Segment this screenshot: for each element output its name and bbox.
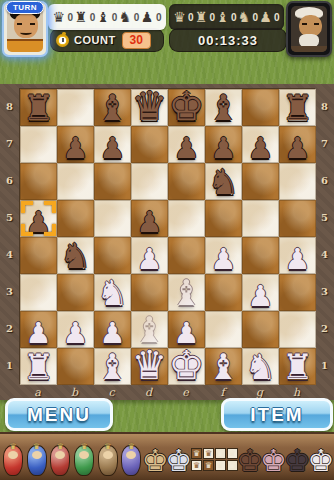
white-pawn: ♟ [242,282,279,311]
piece-set-white-king[interactable]: ♚ [310,438,332,476]
piece-set-black-king[interactable]: ♚ [286,438,308,476]
square-e3[interactable]: ♝ [168,274,205,311]
square-d2[interactable]: ♝ [131,311,168,348]
blue-royal-doll-figure [27,445,47,476]
square-e7[interactable]: ♟ [168,126,205,163]
white-bishop: ♝ [205,350,242,385]
square-a4[interactable] [20,237,57,274]
square-d6[interactable] [131,163,168,200]
square-d1[interactable]: ♛ [131,348,168,385]
turn-badge: TURN [6,1,44,14]
white-pawn: ♟ [168,319,205,348]
game-timer-panel: 00:13:33 [169,28,287,52]
square-a5[interactable]: ♟ [20,200,57,237]
square-f1[interactable]: ♝ [205,348,242,385]
brown-owl-doll-figure [98,445,118,476]
square-g6[interactable] [242,163,279,200]
black-pawn: ♟ [279,134,316,163]
square-b2[interactable]: ♟ [57,311,94,348]
purple-doll-figure [121,445,141,476]
rank-label-3: 3 [315,273,334,310]
rank-labels-left: 87654321 [0,88,19,384]
robe [291,46,327,52]
square-c3[interactable]: ♞ [94,274,131,311]
eyes [302,23,319,25]
square-h8[interactable]: ♜ [279,89,316,126]
white-pawn: ♟ [131,245,168,274]
white-tile-set-tiles: ♛♛♛♛ [215,448,238,471]
square-c2[interactable]: ♟ [94,311,131,348]
square-g8[interactable] [242,89,279,126]
white-queen-icon: ♛ [173,10,186,24]
square-h1[interactable]: ♜ [279,348,316,385]
rank-label-5: 5 [0,199,19,236]
square-h4[interactable]: ♟ [279,237,316,274]
white-pawn: ♟ [205,245,242,274]
captured-tray-white: ♛0♜0♝0♞0♟0 [169,4,284,30]
square-a1[interactable]: ♜ [20,348,57,385]
square-b8[interactable] [57,89,94,126]
piece-set-cat-red-robe[interactable] [49,438,71,476]
piece-set-cat-green-robe[interactable] [73,438,95,476]
captured-count: 0 [188,12,194,23]
rank-label-5: 5 [315,199,334,236]
square-e5[interactable] [168,200,205,237]
rank-label-4: 4 [0,236,19,273]
piece-set-white-tile-set[interactable]: ♛♛♛♛ [215,438,237,476]
rank-label-8: 8 [315,88,334,125]
tile: ♛ [203,460,214,471]
white-queen: ♛ [131,345,168,385]
silver-classic-king-glyph: ♚ [165,446,192,476]
square-f4[interactable]: ♟ [205,237,242,274]
white-pawn-icon: ♟ [259,10,272,24]
piece-set-purple-doll[interactable] [120,438,142,476]
white-rook: ♜ [20,350,57,385]
white-bishop-icon: ♝ [216,10,229,24]
rank-label-6: 6 [0,162,19,199]
brown-tile-set-tiles: ♛♛♛♛ [191,448,214,471]
square-f5[interactable] [205,200,242,237]
piece-set-red-royal-doll[interactable] [2,438,24,476]
square-b4[interactable]: ♞ [57,237,94,274]
tile: ♛ [215,448,226,459]
square-e1[interactable]: ♚ [168,348,205,385]
item-button[interactable]: ITEM [221,398,333,431]
captured-count: 0 [68,12,74,23]
square-e4[interactable] [168,237,205,274]
file-label-e: e [167,384,204,400]
square-h5[interactable] [279,200,316,237]
square-d3[interactable] [131,274,168,311]
square-e2[interactable]: ♟ [168,311,205,348]
ghost-white-bishop: ♝ [131,313,168,348]
captured-count: 0 [253,12,259,23]
rank-label-8: 8 [0,88,19,125]
black-queen: ♛ [131,86,168,126]
white-pawn: ♟ [57,319,94,348]
square-e8[interactable]: ♚ [168,89,205,126]
captured-count: 0 [210,12,216,23]
square-b7[interactable]: ♟ [57,126,94,163]
tile: ♛ [215,460,226,471]
square-a2[interactable]: ♟ [20,311,57,348]
white-knight: ♞ [94,276,131,311]
square-a7[interactable] [20,126,57,163]
rank-label-1: 1 [0,347,19,384]
menu-button[interactable]: MENU [5,398,113,431]
square-d4[interactable]: ♟ [131,237,168,274]
white-king: ♚ [168,345,205,385]
piece-set-selector: ♚♚♛♛♛♛♛♛♛♛♚♚♚♚ [0,432,334,480]
square-h3[interactable] [279,274,316,311]
piece-set-blue-royal-doll[interactable] [26,438,48,476]
piece-set-brown-tile-set[interactable]: ♛♛♛♛ [192,438,214,476]
timer-value: 00:13:33 [198,33,258,48]
black-pawn-icon: ♟ [141,10,154,24]
square-g4[interactable] [242,237,279,274]
move-count-panel: COUNT 30 [50,28,164,52]
square-c8[interactable]: ♝ [94,89,131,126]
square-b6[interactable] [57,163,94,200]
rank-label-7: 7 [0,125,19,162]
square-g5[interactable] [242,200,279,237]
black-queen-icon: ♛ [52,10,65,24]
piece-set-rose-king[interactable]: ♚ [263,438,285,476]
square-f6[interactable]: ♞ [205,163,242,200]
black-knight: ♞ [205,165,242,200]
square-d7[interactable] [131,126,168,163]
square-a3[interactable] [20,274,57,311]
rank-label-3: 3 [0,273,19,310]
square-f8[interactable]: ♝ [205,89,242,126]
captured-count: 0 [274,12,280,23]
black-pawn: ♟ [131,208,168,237]
count-label: COUNT [74,34,116,46]
piece-set-gold-classic-king[interactable]: ♚ [144,438,166,476]
square-h7[interactable]: ♟ [279,126,316,163]
tile: ♛ [191,460,202,471]
black-pawn: ♟ [20,208,57,237]
file-label-d: d [130,384,167,400]
black-bishop-icon: ♝ [97,10,110,24]
square-c1[interactable]: ♝ [94,348,131,385]
white-bishop: ♝ [94,350,131,385]
square-c6[interactable] [94,163,131,200]
square-d5[interactable]: ♟ [131,200,168,237]
black-bishop: ♝ [94,91,131,126]
cat-green-robe-figure [74,445,94,476]
black-pawn: ♟ [94,134,131,163]
black-bishop: ♝ [205,91,242,126]
square-a8[interactable]: ♜ [20,89,57,126]
clock-icon [56,34,69,47]
white-king-glyph: ♚ [307,446,334,476]
player-right-avatar[interactable] [286,1,332,57]
black-king: ♚ [168,86,205,126]
tile: ♛ [191,448,202,459]
square-b5[interactable] [57,200,94,237]
square-b1[interactable] [57,348,94,385]
robe [7,39,43,52]
player-left-avatar[interactable]: TURN [2,1,48,57]
square-h6[interactable] [279,163,316,200]
mustache [20,30,32,35]
square-b3[interactable] [57,274,94,311]
captured-count: 0 [231,12,237,23]
white-pawn: ♟ [94,319,131,348]
square-d8[interactable]: ♛ [131,89,168,126]
count-value: 30 [122,32,151,49]
white-knight-icon: ♞ [238,10,251,24]
black-pawn: ♟ [242,134,279,163]
selection-brackets [21,201,56,236]
piece-set-dark-wood-king[interactable]: ♚ [239,438,261,476]
tile: ♛ [203,448,214,459]
square-g3[interactable]: ♟ [242,274,279,311]
square-c7[interactable]: ♟ [94,126,131,163]
black-rook: ♜ [279,91,316,126]
ghost-white-bishop: ♝ [168,276,205,311]
player-right-portrait [291,6,327,52]
square-e6[interactable] [168,163,205,200]
square-f7[interactable]: ♟ [205,126,242,163]
rank-label-7: 7 [315,125,334,162]
red-royal-doll-figure [3,445,23,476]
black-rook-icon: ♜ [75,10,88,24]
black-pawn: ♟ [168,134,205,163]
rank-label-2: 2 [315,310,334,347]
white-rook-icon: ♜ [195,10,208,24]
black-knight: ♞ [57,239,94,274]
chess-board[interactable]: ♜♝♛♚♝♜♟♟♟♟♟♟♞♟♟♞♟♟♟♞♝♟♟♟♟♝♟♜♝♛♚♝♞♜ [19,88,315,384]
eyes [17,23,35,25]
piece-set-silver-classic-king[interactable]: ♚ [168,438,190,476]
captured-count: 0 [134,12,140,23]
rank-label-1: 1 [315,347,334,384]
captured-tray-black: ♛0♜0♝0♞0♟0 [48,4,166,30]
rank-label-4: 4 [315,236,334,273]
rank-label-2: 2 [0,310,19,347]
square-g1[interactable]: ♞ [242,348,279,385]
captured-count: 0 [90,12,96,23]
square-a6[interactable] [20,163,57,200]
captured-count: 0 [156,12,162,23]
square-c4[interactable] [94,237,131,274]
black-pawn: ♟ [57,134,94,163]
piece-set-brown-owl-doll[interactable] [97,438,119,476]
black-knight-icon: ♞ [119,10,132,24]
square-g7[interactable]: ♟ [242,126,279,163]
cat-red-robe-figure [50,445,70,476]
captured-count: 0 [112,12,118,23]
black-rook: ♜ [20,91,57,126]
white-knight: ♞ [242,350,279,385]
white-pawn: ♟ [279,245,316,274]
square-g2[interactable] [242,311,279,348]
square-h2[interactable] [279,311,316,348]
rank-labels-right: 87654321 [315,88,334,384]
square-f2[interactable] [205,311,242,348]
black-pawn: ♟ [205,134,242,163]
square-c5[interactable] [94,200,131,237]
square-f3[interactable] [205,274,242,311]
white-rook: ♜ [279,350,316,385]
white-pawn: ♟ [20,319,57,348]
rank-label-6: 6 [315,162,334,199]
